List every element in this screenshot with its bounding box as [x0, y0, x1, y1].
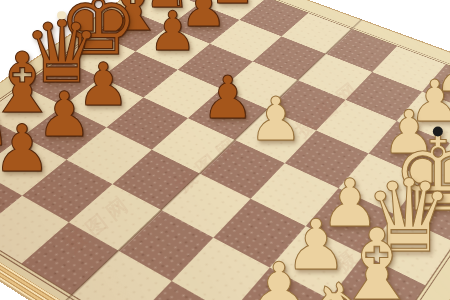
chessboard: [0, 0, 450, 300]
board-grid: [0, 0, 450, 300]
photo-stage: 摄图网摄图网摄图网摄图网 ♜♞♝♛♚♝♞♜♟♟♟♟♟♟♟♟♟♟♟♟♟♟♟♟♜♞♝…: [0, 0, 450, 300]
board-scene: [0, 0, 450, 300]
